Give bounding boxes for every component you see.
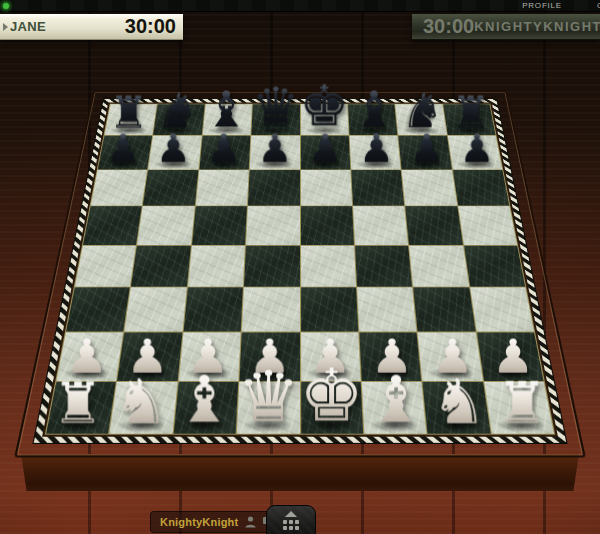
arrow-up-icon [285, 511, 297, 517]
square-c6[interactable] [196, 170, 249, 206]
square-e1[interactable]: ♚ [301, 382, 363, 434]
square-a4[interactable] [75, 245, 136, 286]
app-window: PROFILE O JANE 30:00 30:00 KNIGHTYKNIGHT… [0, 0, 600, 534]
square-a6[interactable] [91, 170, 148, 206]
chess-board: ♜♞♝♛♚♝♞♜♟♟♟♟♟♟♟♟♟♟♟♟♟♟♟♟♜♞♝♛♚♝♞♜ [14, 91, 586, 457]
drawer-toggle-button[interactable] [266, 505, 316, 534]
piece-white-king[interactable]: ♚ [299, 360, 364, 432]
white-player-bar: JANE 30:00 [0, 14, 183, 40]
piece-white-queen[interactable]: ♛ [237, 363, 300, 433]
square-e3[interactable] [301, 287, 359, 331]
piece-white-knight[interactable]: ♞ [431, 371, 487, 433]
square-f6[interactable] [351, 170, 404, 206]
square-b5[interactable] [137, 206, 194, 244]
piece-white-rook[interactable]: ♜ [497, 375, 548, 432]
square-c1[interactable]: ♝ [173, 382, 238, 434]
black-player-bar: 30:00 KNIGHTYKNIGHT [412, 14, 600, 40]
square-g7[interactable]: ♟ [399, 136, 452, 169]
square-h3[interactable] [470, 287, 534, 331]
square-e7[interactable]: ♟ [300, 136, 350, 169]
square-g6[interactable] [402, 170, 457, 206]
square-d3[interactable] [242, 287, 300, 331]
square-h1[interactable]: ♜ [484, 382, 554, 434]
piece-black-pawn[interactable]: ♟ [358, 130, 393, 169]
square-h5[interactable] [458, 206, 517, 244]
grid-dots-icon [283, 520, 299, 530]
square-g1[interactable]: ♞ [423, 382, 491, 434]
square-b7[interactable]: ♟ [148, 136, 201, 169]
square-c7[interactable]: ♟ [199, 136, 250, 169]
square-d4[interactable] [244, 245, 299, 286]
square-f7[interactable]: ♟ [349, 136, 400, 169]
square-c5[interactable] [192, 206, 247, 244]
piece-white-bishop[interactable]: ♝ [367, 368, 425, 432]
square-f1[interactable]: ♝ [362, 382, 427, 434]
board-rope-border: ♜♞♝♛♚♝♞♜♟♟♟♟♟♟♟♟♟♟♟♟♟♟♟♟♜♞♝♛♚♝♞♜ [32, 99, 567, 444]
piece-black-pawn[interactable]: ♟ [308, 130, 343, 169]
white-player-clock: 30:00 [125, 15, 183, 38]
square-a1[interactable]: ♜ [46, 382, 116, 434]
square-b3[interactable] [125, 287, 187, 331]
square-e5[interactable] [300, 206, 353, 244]
square-b6[interactable] [143, 170, 198, 206]
square-f4[interactable] [355, 245, 412, 286]
square-f5[interactable] [353, 206, 408, 244]
black-player-name: KNIGHTYKNIGHT [474, 19, 600, 34]
white-player-name: JANE [10, 19, 46, 34]
piece-black-pawn[interactable]: ♟ [105, 130, 140, 169]
piece-black-pawn[interactable]: ♟ [156, 130, 191, 169]
square-c3[interactable] [183, 287, 243, 331]
square-h6[interactable] [453, 170, 510, 206]
square-d6[interactable] [248, 170, 300, 206]
board-grid: ♜♞♝♛♚♝♞♜♟♟♟♟♟♟♟♟♟♟♟♟♟♟♟♟♜♞♝♛♚♝♞♜ [42, 102, 558, 436]
square-g5[interactable] [405, 206, 462, 244]
square-b4[interactable] [131, 245, 190, 286]
piece-white-bishop[interactable]: ♝ [176, 368, 234, 432]
board-side-edge [21, 454, 579, 491]
square-d1[interactable]: ♛ [237, 382, 299, 434]
piece-white-rook[interactable]: ♜ [52, 375, 103, 432]
square-e6[interactable] [300, 170, 352, 206]
piece-black-pawn[interactable]: ♟ [460, 130, 495, 169]
square-a3[interactable] [66, 287, 130, 331]
bottom-player-name: KnightyKnight [160, 516, 238, 528]
square-a7[interactable]: ♟ [98, 136, 153, 169]
black-player-clock: 30:00 [412, 15, 474, 38]
piece-black-pawn[interactable]: ♟ [207, 130, 242, 169]
square-a5[interactable] [83, 206, 142, 244]
square-d7[interactable]: ♟ [250, 136, 300, 169]
square-b1[interactable]: ♞ [110, 382, 178, 434]
square-e4[interactable] [301, 245, 356, 286]
square-g4[interactable] [409, 245, 468, 286]
square-h4[interactable] [464, 245, 525, 286]
piece-black-pawn[interactable]: ♟ [409, 130, 444, 169]
square-h7[interactable]: ♟ [448, 136, 503, 169]
nav-item-profile[interactable]: PROFILE [522, 0, 562, 11]
square-c4[interactable] [188, 245, 245, 286]
square-d5[interactable] [246, 206, 299, 244]
player-icon[interactable] [245, 516, 256, 528]
piece-white-knight[interactable]: ♞ [113, 371, 169, 433]
turn-indicator-icon [3, 23, 8, 31]
square-g3[interactable] [413, 287, 475, 331]
piece-black-pawn[interactable]: ♟ [257, 130, 292, 169]
top-nav-bar: PROFILE O [0, 0, 600, 12]
square-f3[interactable] [357, 287, 417, 331]
online-status-icon [3, 3, 9, 9]
